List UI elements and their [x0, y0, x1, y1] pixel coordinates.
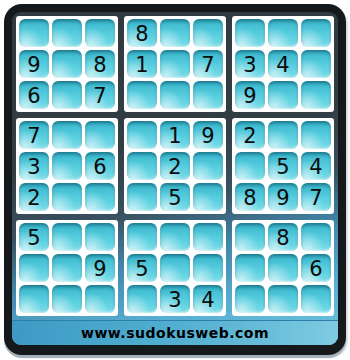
cell-r6c3[interactable] [85, 183, 115, 211]
footer-bar: www.sudokusweb.com [12, 320, 338, 345]
board-backdrop: 9867817349736219252548975953486 www.sudo… [12, 12, 338, 345]
cell-r1c1[interactable] [19, 19, 49, 47]
cell-r6c9[interactable]: 7 [301, 183, 331, 211]
given-digit: 5 [27, 228, 40, 249]
cell-r5c6[interactable] [193, 152, 223, 180]
cell-r2c7[interactable]: 3 [235, 50, 265, 78]
given-digit: 1 [168, 126, 181, 147]
box-r3c3: 86 [232, 220, 334, 316]
given-digit: 7 [201, 55, 214, 76]
cell-r8c5[interactable] [160, 254, 190, 282]
given-digit: 3 [27, 157, 40, 178]
cell-r7c9[interactable] [301, 223, 331, 251]
box-r2c2: 1925 [124, 118, 226, 214]
box-r1c2: 817 [124, 16, 226, 112]
cell-r3c7[interactable]: 9 [235, 81, 265, 109]
given-digit: 7 [27, 126, 40, 147]
cell-r8c2[interactable] [52, 254, 82, 282]
given-digit: 6 [27, 86, 40, 107]
box-r3c2: 534 [124, 220, 226, 316]
cell-r2c8[interactable]: 4 [268, 50, 298, 78]
cell-r9c8[interactable] [268, 285, 298, 313]
given-digit: 7 [309, 188, 322, 209]
cell-r9c6[interactable]: 4 [193, 285, 223, 313]
cell-r3c6[interactable] [193, 81, 223, 109]
cell-r4c6[interactable]: 9 [193, 121, 223, 149]
box-r1c1: 9867 [16, 16, 118, 112]
cell-r5c3[interactable]: 6 [85, 152, 115, 180]
box-r2c1: 7362 [16, 118, 118, 214]
cell-r1c5[interactable] [160, 19, 190, 47]
given-digit: 3 [168, 290, 181, 311]
given-digit: 4 [276, 55, 289, 76]
given-digit: 9 [27, 55, 40, 76]
cell-r8c4[interactable]: 5 [127, 254, 157, 282]
cell-r2c4[interactable]: 1 [127, 50, 157, 78]
given-digit: 5 [276, 157, 289, 178]
cell-r5c8[interactable]: 5 [268, 152, 298, 180]
cell-r2c9[interactable] [301, 50, 331, 78]
cell-r5c9[interactable]: 4 [301, 152, 331, 180]
cell-r8c1[interactable] [19, 254, 49, 282]
cell-r5c2[interactable] [52, 152, 82, 180]
cell-r9c5[interactable]: 3 [160, 285, 190, 313]
given-digit: 9 [93, 259, 106, 280]
given-digit: 4 [201, 290, 214, 311]
given-digit: 8 [276, 228, 289, 249]
cell-r4c2[interactable] [52, 121, 82, 149]
cell-r3c9[interactable] [301, 81, 331, 109]
cell-r3c8[interactable] [268, 81, 298, 109]
cell-r9c7[interactable] [235, 285, 265, 313]
given-digit: 6 [93, 157, 106, 178]
cell-r7c7[interactable] [235, 223, 265, 251]
cell-r2c6[interactable]: 7 [193, 50, 223, 78]
cell-r6c4[interactable] [127, 183, 157, 211]
cell-r1c8[interactable] [268, 19, 298, 47]
given-digit: 6 [309, 259, 322, 280]
cell-r2c5[interactable] [160, 50, 190, 78]
cell-r7c4[interactable] [127, 223, 157, 251]
cell-r5c7[interactable] [235, 152, 265, 180]
cell-r3c1[interactable]: 6 [19, 81, 49, 109]
cell-r6c6[interactable] [193, 183, 223, 211]
given-digit: 4 [309, 157, 322, 178]
cell-r3c3[interactable]: 7 [85, 81, 115, 109]
cell-r6c5[interactable]: 5 [160, 183, 190, 211]
cell-r3c5[interactable] [160, 81, 190, 109]
cell-r3c2[interactable] [52, 81, 82, 109]
cell-r9c1[interactable] [19, 285, 49, 313]
cell-r9c2[interactable] [52, 285, 82, 313]
cell-r5c5[interactable]: 2 [160, 152, 190, 180]
given-digit: 9 [243, 86, 256, 107]
cell-r7c1[interactable]: 5 [19, 223, 49, 251]
cell-r6c1[interactable]: 2 [19, 183, 49, 211]
cell-r1c2[interactable] [52, 19, 82, 47]
cell-r3c4[interactable] [127, 81, 157, 109]
cell-r6c8[interactable]: 9 [268, 183, 298, 211]
cell-r1c7[interactable] [235, 19, 265, 47]
cell-r9c3[interactable] [85, 285, 115, 313]
cell-r1c6[interactable] [193, 19, 223, 47]
given-digit: 8 [135, 24, 148, 45]
cell-r2c1[interactable]: 9 [19, 50, 49, 78]
cell-r7c5[interactable] [160, 223, 190, 251]
cell-r1c4[interactable]: 8 [127, 19, 157, 47]
cell-r5c1[interactable]: 3 [19, 152, 49, 180]
cell-r4c3[interactable] [85, 121, 115, 149]
cell-r4c7[interactable]: 2 [235, 121, 265, 149]
cell-r4c9[interactable] [301, 121, 331, 149]
cell-r8c7[interactable] [235, 254, 265, 282]
sudoku-board: 9867817349736219252548975953486 [12, 12, 338, 320]
cell-r4c1[interactable]: 7 [19, 121, 49, 149]
board-frame: 9867817349736219252548975953486 www.sudo… [4, 4, 346, 355]
given-digit: 2 [243, 126, 256, 147]
cell-r8c6[interactable] [193, 254, 223, 282]
given-digit: 9 [276, 188, 289, 209]
cell-r7c6[interactable] [193, 223, 223, 251]
cell-r1c3[interactable] [85, 19, 115, 47]
given-digit: 3 [243, 55, 256, 76]
given-digit: 2 [168, 157, 181, 178]
box-r3c1: 59 [16, 220, 118, 316]
cell-r4c4[interactable] [127, 121, 157, 149]
cell-r8c3[interactable]: 9 [85, 254, 115, 282]
cell-r4c8[interactable] [268, 121, 298, 149]
cell-r9c4[interactable] [127, 285, 157, 313]
given-digit: 2 [27, 188, 40, 209]
given-digit: 5 [135, 259, 148, 280]
cell-r4c5[interactable]: 1 [160, 121, 190, 149]
cell-r7c8[interactable]: 8 [268, 223, 298, 251]
cell-r2c2[interactable] [52, 50, 82, 78]
cell-r6c7[interactable]: 8 [235, 183, 265, 211]
given-digit: 8 [93, 55, 106, 76]
given-digit: 1 [135, 55, 148, 76]
cell-r9c9[interactable] [301, 285, 331, 313]
box-r1c3: 349 [232, 16, 334, 112]
cell-r2c3[interactable]: 8 [85, 50, 115, 78]
cell-r5c4[interactable] [127, 152, 157, 180]
site-url[interactable]: www.sudokusweb.com [81, 325, 269, 341]
box-r2c3: 254897 [232, 118, 334, 214]
cell-r7c3[interactable] [85, 223, 115, 251]
cell-r8c9[interactable]: 6 [301, 254, 331, 282]
given-digit: 5 [168, 188, 181, 209]
cell-r7c2[interactable] [52, 223, 82, 251]
given-digit: 7 [93, 86, 106, 107]
cell-r6c2[interactable] [52, 183, 82, 211]
given-digit: 8 [243, 188, 256, 209]
cell-r8c8[interactable] [268, 254, 298, 282]
given-digit: 9 [201, 126, 214, 147]
cell-r1c9[interactable] [301, 19, 331, 47]
